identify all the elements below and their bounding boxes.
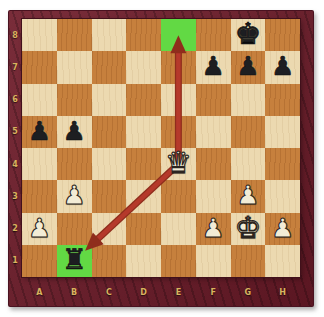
square-f3[interactable]	[196, 180, 231, 212]
square-f8[interactable]	[196, 19, 231, 51]
square-c6[interactable]	[92, 84, 127, 116]
square-b5[interactable]: ♟	[57, 116, 92, 148]
square-c1[interactable]	[92, 245, 127, 277]
chess-board: ♚♟♟♟♟♟♛♟♟♟♟♚♟♜	[22, 19, 300, 277]
rank-label-4: 4	[8, 148, 22, 180]
square-h5[interactable]	[265, 116, 300, 148]
square-c4[interactable]	[92, 148, 127, 180]
square-c5[interactable]	[92, 116, 127, 148]
square-g8[interactable]: ♚	[231, 19, 266, 51]
square-e3[interactable]	[161, 180, 196, 212]
square-a2[interactable]: ♟	[22, 213, 57, 245]
rank-label-3: 3	[8, 180, 22, 212]
white-king-g2[interactable]: ♚	[234, 213, 261, 243]
rank-label-7: 7	[8, 51, 22, 83]
square-b4[interactable]	[57, 148, 92, 180]
square-f7[interactable]: ♟	[196, 51, 231, 83]
square-e4[interactable]: ♛	[161, 148, 196, 180]
square-c2[interactable]	[92, 213, 127, 245]
square-g3[interactable]: ♟	[231, 180, 266, 212]
rank-label-2: 2	[8, 213, 22, 245]
square-h7[interactable]: ♟	[265, 51, 300, 83]
file-label-a: A	[22, 277, 57, 307]
square-a1[interactable]	[22, 245, 57, 277]
square-d6[interactable]	[126, 84, 161, 116]
black-pawn-a5[interactable]: ♟	[28, 118, 51, 144]
square-c8[interactable]	[92, 19, 127, 51]
white-pawn-f2[interactable]: ♟	[201, 215, 224, 241]
square-g6[interactable]	[231, 84, 266, 116]
file-label-f: F	[196, 277, 231, 307]
square-h6[interactable]	[265, 84, 300, 116]
square-f2[interactable]: ♟	[196, 213, 231, 245]
square-e5[interactable]	[161, 116, 196, 148]
square-f6[interactable]	[196, 84, 231, 116]
white-queen-e4[interactable]: ♛	[165, 148, 192, 178]
square-h8[interactable]	[265, 19, 300, 51]
square-g5[interactable]	[231, 116, 266, 148]
black-pawn-b5[interactable]: ♟	[62, 118, 85, 144]
black-pawn-h7[interactable]: ♟	[271, 53, 294, 79]
square-e6[interactable]	[161, 84, 196, 116]
square-e8[interactable]	[161, 19, 196, 51]
square-a5[interactable]: ♟	[22, 116, 57, 148]
black-rook-b1[interactable]: ♜	[62, 246, 87, 274]
square-d7[interactable]	[126, 51, 161, 83]
file-label-c: C	[92, 277, 127, 307]
white-pawn-h2[interactable]: ♟	[271, 215, 294, 241]
square-h3[interactable]	[265, 180, 300, 212]
square-a7[interactable]	[22, 51, 57, 83]
file-label-b: B	[57, 277, 92, 307]
square-b6[interactable]	[57, 84, 92, 116]
square-c3[interactable]	[92, 180, 127, 212]
square-a8[interactable]	[22, 19, 57, 51]
square-h4[interactable]	[265, 148, 300, 180]
square-d8[interactable]	[126, 19, 161, 51]
square-b2[interactable]	[57, 213, 92, 245]
square-g4[interactable]	[231, 148, 266, 180]
black-pawn-g7[interactable]: ♟	[236, 53, 259, 79]
square-h2[interactable]: ♟	[265, 213, 300, 245]
square-a4[interactable]	[22, 148, 57, 180]
file-label-d: D	[126, 277, 161, 307]
board-frame: ♚♟♟♟♟♟♛♟♟♟♟♚♟♜ 87654321 ABCDEFGH	[8, 10, 314, 307]
square-b7[interactable]	[57, 51, 92, 83]
square-a6[interactable]	[22, 84, 57, 116]
square-d5[interactable]	[126, 116, 161, 148]
square-f5[interactable]	[196, 116, 231, 148]
white-pawn-g3[interactable]: ♟	[236, 182, 259, 208]
square-d1[interactable]	[126, 245, 161, 277]
square-e7[interactable]	[161, 51, 196, 83]
black-king-g8[interactable]: ♚	[234, 19, 261, 49]
white-pawn-b3[interactable]: ♟	[62, 182, 85, 208]
file-label-h: H	[265, 277, 300, 307]
rank-label-8: 8	[8, 19, 22, 51]
square-f1[interactable]	[196, 245, 231, 277]
square-e1[interactable]	[161, 245, 196, 277]
rank-label-6: 6	[8, 84, 22, 116]
file-label-g: G	[231, 277, 266, 307]
square-d2[interactable]	[126, 213, 161, 245]
square-g1[interactable]	[231, 245, 266, 277]
square-f4[interactable]	[196, 148, 231, 180]
square-c7[interactable]	[92, 51, 127, 83]
rank-label-5: 5	[8, 116, 22, 148]
square-d3[interactable]	[126, 180, 161, 212]
square-h1[interactable]	[265, 245, 300, 277]
square-b8[interactable]	[57, 19, 92, 51]
black-pawn-f7[interactable]: ♟	[201, 53, 224, 79]
square-b1[interactable]: ♜	[57, 245, 92, 277]
white-pawn-a2[interactable]: ♟	[28, 215, 51, 241]
square-e2[interactable]	[161, 213, 196, 245]
square-a3[interactable]	[22, 180, 57, 212]
square-g7[interactable]: ♟	[231, 51, 266, 83]
square-g2[interactable]: ♚	[231, 213, 266, 245]
chess-diagram: ♚♟♟♟♟♟♛♟♟♟♟♚♟♜ 87654321 ABCDEFGH	[0, 0, 324, 317]
square-b3[interactable]: ♟	[57, 180, 92, 212]
square-d4[interactable]	[126, 148, 161, 180]
file-label-e: E	[161, 277, 196, 307]
rank-label-1: 1	[8, 245, 22, 277]
